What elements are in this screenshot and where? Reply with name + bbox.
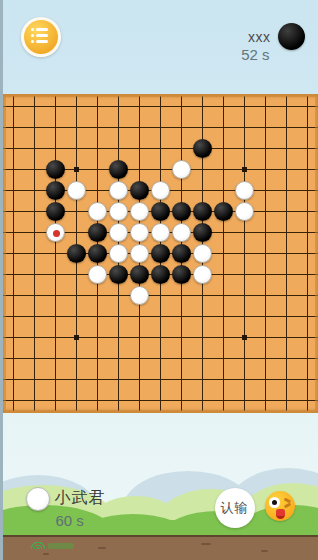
intersection-e5[interactable] bbox=[87, 180, 108, 201]
intersection-f12[interactable] bbox=[108, 327, 129, 348]
intersection-d1[interactable] bbox=[66, 96, 87, 117]
white-stone bbox=[193, 265, 212, 284]
intersection-g9[interactable] bbox=[129, 264, 150, 285]
intersection-b10[interactable] bbox=[24, 285, 45, 306]
player-white-stone-avatar bbox=[26, 487, 50, 511]
intersection-c2[interactable] bbox=[45, 117, 66, 138]
intersection-n7[interactable] bbox=[276, 222, 297, 243]
intersection-l5[interactable] bbox=[234, 180, 255, 201]
intersection-f15[interactable] bbox=[108, 390, 129, 411]
intersection-m14[interactable] bbox=[255, 369, 276, 390]
intersection-h2[interactable] bbox=[150, 117, 171, 138]
resign-button[interactable]: 认输 bbox=[215, 488, 255, 528]
list-icon bbox=[31, 28, 48, 46]
white-stone bbox=[151, 181, 170, 200]
intersection-h4[interactable] bbox=[150, 159, 171, 180]
intersection-d10[interactable] bbox=[66, 285, 87, 306]
intersection-j9[interactable] bbox=[192, 264, 213, 285]
intersection-b3[interactable] bbox=[24, 138, 45, 159]
intersection-l4[interactable] bbox=[234, 159, 255, 180]
intersection-c6[interactable] bbox=[45, 201, 66, 222]
intersection-f7[interactable] bbox=[108, 222, 129, 243]
intersection-o12[interactable] bbox=[297, 327, 318, 348]
black-stone bbox=[214, 202, 233, 221]
intersection-f6[interactable] bbox=[108, 201, 129, 222]
intersection-k5[interactable] bbox=[213, 180, 234, 201]
intersection-i4[interactable] bbox=[171, 159, 192, 180]
intersection-d9[interactable] bbox=[66, 264, 87, 285]
white-stone bbox=[130, 286, 149, 305]
intersection-a5[interactable] bbox=[3, 180, 24, 201]
black-stone bbox=[88, 223, 107, 242]
white-stone bbox=[109, 223, 128, 242]
intersection-d3[interactable] bbox=[66, 138, 87, 159]
intersection-b13[interactable] bbox=[24, 348, 45, 369]
intersection-e14[interactable] bbox=[87, 369, 108, 390]
intersection-i12[interactable] bbox=[171, 327, 192, 348]
intersection-e3[interactable] bbox=[87, 138, 108, 159]
intersection-f11[interactable] bbox=[108, 306, 129, 327]
intersection-f1[interactable] bbox=[108, 96, 129, 117]
intersection-h1[interactable] bbox=[150, 96, 171, 117]
intersection-j10[interactable] bbox=[192, 285, 213, 306]
black-stone bbox=[172, 202, 191, 221]
intersection-c7[interactable] bbox=[45, 222, 66, 243]
opponent-timer: 52 s bbox=[241, 46, 269, 63]
intersection-m1[interactable] bbox=[255, 96, 276, 117]
resign-button-label: 认输 bbox=[221, 499, 249, 517]
intersection-o4[interactable] bbox=[297, 159, 318, 180]
intersection-k14[interactable] bbox=[213, 369, 234, 390]
intersection-m5[interactable] bbox=[255, 180, 276, 201]
intersection-e1[interactable] bbox=[87, 96, 108, 117]
black-stone bbox=[46, 160, 65, 179]
intersection-l9[interactable] bbox=[234, 264, 255, 285]
white-stone bbox=[151, 223, 170, 242]
intersection-l6[interactable] bbox=[234, 201, 255, 222]
black-stone bbox=[46, 181, 65, 200]
intersection-a9[interactable] bbox=[3, 264, 24, 285]
white-stone bbox=[172, 223, 191, 242]
intersection-i13[interactable] bbox=[171, 348, 192, 369]
intersection-k7[interactable] bbox=[213, 222, 234, 243]
intersection-k8[interactable] bbox=[213, 243, 234, 264]
intersection-k12[interactable] bbox=[213, 327, 234, 348]
intersection-k9[interactable] bbox=[213, 264, 234, 285]
intersection-g2[interactable] bbox=[129, 117, 150, 138]
network-watermark bbox=[48, 543, 74, 549]
intersection-o1[interactable] bbox=[297, 96, 318, 117]
intersection-n6[interactable] bbox=[276, 201, 297, 222]
intersection-i3[interactable] bbox=[171, 138, 192, 159]
intersection-l14[interactable] bbox=[234, 369, 255, 390]
intersection-n12[interactable] bbox=[276, 327, 297, 348]
black-stone bbox=[109, 160, 128, 179]
black-stone bbox=[151, 202, 170, 221]
intersection-b1[interactable] bbox=[24, 96, 45, 117]
intersection-c15[interactable] bbox=[45, 390, 66, 411]
intersection-o7[interactable] bbox=[297, 222, 318, 243]
intersection-m12[interactable] bbox=[255, 327, 276, 348]
intersection-g14[interactable] bbox=[129, 369, 150, 390]
black-stone bbox=[193, 223, 212, 242]
intersection-h15[interactable] bbox=[150, 390, 171, 411]
intersection-n4[interactable] bbox=[276, 159, 297, 180]
intersection-o10[interactable] bbox=[297, 285, 318, 306]
board-grid bbox=[3, 96, 318, 411]
intersection-b11[interactable] bbox=[24, 306, 45, 327]
emoji-button[interactable] bbox=[265, 491, 295, 521]
intersection-j12[interactable] bbox=[192, 327, 213, 348]
white-stone bbox=[172, 160, 191, 179]
intersection-o3[interactable] bbox=[297, 138, 318, 159]
intersection-o2[interactable] bbox=[297, 117, 318, 138]
black-stone bbox=[151, 265, 170, 284]
intersection-d2[interactable] bbox=[66, 117, 87, 138]
intersection-f4[interactable] bbox=[108, 159, 129, 180]
intersection-i10[interactable] bbox=[171, 285, 192, 306]
intersection-h12[interactable] bbox=[150, 327, 171, 348]
intersection-n13[interactable] bbox=[276, 348, 297, 369]
intersection-d12[interactable] bbox=[66, 327, 87, 348]
intersection-n9[interactable] bbox=[276, 264, 297, 285]
intersection-g12[interactable] bbox=[129, 327, 150, 348]
intersection-n10[interactable] bbox=[276, 285, 297, 306]
intersection-f13[interactable] bbox=[108, 348, 129, 369]
intersection-e9[interactable] bbox=[87, 264, 108, 285]
intersection-l1[interactable] bbox=[234, 96, 255, 117]
intersection-c10[interactable] bbox=[45, 285, 66, 306]
intersection-f14[interactable] bbox=[108, 369, 129, 390]
intersection-i2[interactable] bbox=[171, 117, 192, 138]
intersection-c4[interactable] bbox=[45, 159, 66, 180]
intersection-g10[interactable] bbox=[129, 285, 150, 306]
intersection-h9[interactable] bbox=[150, 264, 171, 285]
white-stone bbox=[109, 181, 128, 200]
intersection-h5[interactable] bbox=[150, 180, 171, 201]
intersection-f5[interactable] bbox=[108, 180, 129, 201]
intersection-d6[interactable] bbox=[66, 201, 87, 222]
intersection-k10[interactable] bbox=[213, 285, 234, 306]
intersection-i1[interactable] bbox=[171, 96, 192, 117]
intersection-l13[interactable] bbox=[234, 348, 255, 369]
intersection-d5[interactable] bbox=[66, 180, 87, 201]
intersection-l7[interactable] bbox=[234, 222, 255, 243]
intersection-m9[interactable] bbox=[255, 264, 276, 285]
intersection-o11[interactable] bbox=[297, 306, 318, 327]
intersection-m8[interactable] bbox=[255, 243, 276, 264]
black-stone bbox=[88, 244, 107, 263]
intersection-h11[interactable] bbox=[150, 306, 171, 327]
intersection-g13[interactable] bbox=[129, 348, 150, 369]
intersection-g5[interactable] bbox=[129, 180, 150, 201]
white-stone bbox=[67, 181, 86, 200]
intersection-e11[interactable] bbox=[87, 306, 108, 327]
wifi-icon bbox=[30, 538, 46, 549]
intersection-j7[interactable] bbox=[192, 222, 213, 243]
intersection-c11[interactable] bbox=[45, 306, 66, 327]
intersection-e13[interactable] bbox=[87, 348, 108, 369]
intersection-m6[interactable] bbox=[255, 201, 276, 222]
intersection-l2[interactable] bbox=[234, 117, 255, 138]
intersection-c1[interactable] bbox=[45, 96, 66, 117]
intersection-g7[interactable] bbox=[129, 222, 150, 243]
intersection-f2[interactable] bbox=[108, 117, 129, 138]
intersection-k4[interactable] bbox=[213, 159, 234, 180]
opponent-name: xxx bbox=[248, 29, 271, 45]
black-stone bbox=[193, 139, 212, 158]
intersection-j15[interactable] bbox=[192, 390, 213, 411]
intersection-c12[interactable] bbox=[45, 327, 66, 348]
intersection-k1[interactable] bbox=[213, 96, 234, 117]
intersection-b15[interactable] bbox=[24, 390, 45, 411]
intersection-m4[interactable] bbox=[255, 159, 276, 180]
intersection-d14[interactable] bbox=[66, 369, 87, 390]
intersection-n3[interactable] bbox=[276, 138, 297, 159]
intersection-c3[interactable] bbox=[45, 138, 66, 159]
intersection-m3[interactable] bbox=[255, 138, 276, 159]
intersection-b4[interactable] bbox=[24, 159, 45, 180]
intersection-c13[interactable] bbox=[45, 348, 66, 369]
intersection-b8[interactable] bbox=[24, 243, 45, 264]
intersection-b5[interactable] bbox=[24, 180, 45, 201]
intersection-b9[interactable] bbox=[24, 264, 45, 285]
intersection-k15[interactable] bbox=[213, 390, 234, 411]
intersection-d4[interactable] bbox=[66, 159, 87, 180]
intersection-f10[interactable] bbox=[108, 285, 129, 306]
white-stone bbox=[235, 202, 254, 221]
intersection-o8[interactable] bbox=[297, 243, 318, 264]
intersection-l15[interactable] bbox=[234, 390, 255, 411]
white-stone bbox=[193, 244, 212, 263]
intersection-m7[interactable] bbox=[255, 222, 276, 243]
intersection-n2[interactable] bbox=[276, 117, 297, 138]
intersection-i8[interactable] bbox=[171, 243, 192, 264]
intersection-c9[interactable] bbox=[45, 264, 66, 285]
intersection-l10[interactable] bbox=[234, 285, 255, 306]
intersection-j1[interactable] bbox=[192, 96, 213, 117]
white-stone bbox=[46, 223, 65, 242]
intersection-l12[interactable] bbox=[234, 327, 255, 348]
intersection-m15[interactable] bbox=[255, 390, 276, 411]
black-stone bbox=[172, 244, 191, 263]
black-stone bbox=[151, 244, 170, 263]
intersection-i9[interactable] bbox=[171, 264, 192, 285]
intersection-j11[interactable] bbox=[192, 306, 213, 327]
intersection-i14[interactable] bbox=[171, 369, 192, 390]
intersection-i11[interactable] bbox=[171, 306, 192, 327]
intersection-h10[interactable] bbox=[150, 285, 171, 306]
intersection-g6[interactable] bbox=[129, 201, 150, 222]
intersection-h3[interactable] bbox=[150, 138, 171, 159]
landscape-scenery bbox=[3, 413, 318, 560]
intersection-f9[interactable] bbox=[108, 264, 129, 285]
star-point bbox=[74, 335, 79, 340]
intersection-a10[interactable] bbox=[3, 285, 24, 306]
intersection-a12[interactable] bbox=[3, 327, 24, 348]
intersection-n5[interactable] bbox=[276, 180, 297, 201]
intersection-n14[interactable] bbox=[276, 369, 297, 390]
white-stone bbox=[109, 244, 128, 263]
intersection-o5[interactable] bbox=[297, 180, 318, 201]
intersection-m13[interactable] bbox=[255, 348, 276, 369]
intersection-k13[interactable] bbox=[213, 348, 234, 369]
intersection-d8[interactable] bbox=[66, 243, 87, 264]
intersection-g8[interactable] bbox=[129, 243, 150, 264]
intersection-f8[interactable] bbox=[108, 243, 129, 264]
white-stone bbox=[130, 202, 149, 221]
intersection-h14[interactable] bbox=[150, 369, 171, 390]
intersection-l11[interactable] bbox=[234, 306, 255, 327]
intersection-b6[interactable] bbox=[24, 201, 45, 222]
intersection-e10[interactable] bbox=[87, 285, 108, 306]
intersection-e7[interactable] bbox=[87, 222, 108, 243]
intersection-a4[interactable] bbox=[3, 159, 24, 180]
menu-button[interactable] bbox=[21, 17, 61, 57]
black-stone bbox=[109, 265, 128, 284]
intersection-j4[interactable] bbox=[192, 159, 213, 180]
intersection-o6[interactable] bbox=[297, 201, 318, 222]
intersection-d11[interactable] bbox=[66, 306, 87, 327]
white-stone bbox=[130, 223, 149, 242]
gomoku-board bbox=[3, 94, 318, 413]
last-move-marker bbox=[53, 230, 60, 237]
intersection-o15[interactable] bbox=[297, 390, 318, 411]
intersection-e8[interactable] bbox=[87, 243, 108, 264]
star-point bbox=[74, 167, 79, 172]
intersection-d7[interactable] bbox=[66, 222, 87, 243]
white-stone bbox=[88, 265, 107, 284]
white-stone bbox=[109, 202, 128, 221]
intersection-a1[interactable] bbox=[3, 96, 24, 117]
intersection-m10[interactable] bbox=[255, 285, 276, 306]
intersection-l8[interactable] bbox=[234, 243, 255, 264]
intersection-j5[interactable] bbox=[192, 180, 213, 201]
intersection-i7[interactable] bbox=[171, 222, 192, 243]
intersection-i5[interactable] bbox=[171, 180, 192, 201]
intersection-n15[interactable] bbox=[276, 390, 297, 411]
intersection-h6[interactable] bbox=[150, 201, 171, 222]
intersection-j3[interactable] bbox=[192, 138, 213, 159]
intersection-m11[interactable] bbox=[255, 306, 276, 327]
intersection-n1[interactable] bbox=[276, 96, 297, 117]
intersection-a2[interactable] bbox=[3, 117, 24, 138]
emoji-eye-icon bbox=[269, 497, 280, 508]
white-stone bbox=[235, 181, 254, 200]
intersection-j2[interactable] bbox=[192, 117, 213, 138]
intersection-e4[interactable] bbox=[87, 159, 108, 180]
star-point bbox=[242, 335, 247, 340]
emoji-tongue-icon bbox=[276, 509, 285, 519]
intersection-l3[interactable] bbox=[234, 138, 255, 159]
black-stone bbox=[67, 244, 86, 263]
intersection-i15[interactable] bbox=[171, 390, 192, 411]
intersection-a14[interactable] bbox=[3, 369, 24, 390]
intersection-a8[interactable] bbox=[3, 243, 24, 264]
intersection-k3[interactable] bbox=[213, 138, 234, 159]
intersection-d15[interactable] bbox=[66, 390, 87, 411]
intersection-g3[interactable] bbox=[129, 138, 150, 159]
player-timer: 60 s bbox=[56, 512, 84, 529]
intersection-j6[interactable] bbox=[192, 201, 213, 222]
intersection-h7[interactable] bbox=[150, 222, 171, 243]
intersection-g15[interactable] bbox=[129, 390, 150, 411]
intersection-o9[interactable] bbox=[297, 264, 318, 285]
intersection-b14[interactable] bbox=[24, 369, 45, 390]
intersection-j13[interactable] bbox=[192, 348, 213, 369]
intersection-g11[interactable] bbox=[129, 306, 150, 327]
intersection-d13[interactable] bbox=[66, 348, 87, 369]
intersection-n8[interactable] bbox=[276, 243, 297, 264]
intersection-c8[interactable] bbox=[45, 243, 66, 264]
black-stone bbox=[193, 202, 212, 221]
intersection-j8[interactable] bbox=[192, 243, 213, 264]
black-stone bbox=[130, 181, 149, 200]
intersection-k11[interactable] bbox=[213, 306, 234, 327]
black-stone bbox=[172, 265, 191, 284]
intersection-f3[interactable] bbox=[108, 138, 129, 159]
intersection-h8[interactable] bbox=[150, 243, 171, 264]
intersection-h13[interactable] bbox=[150, 348, 171, 369]
intersection-n11[interactable] bbox=[276, 306, 297, 327]
game-screen: xxx 52 s 小武君 60 s 认输 bbox=[3, 0, 318, 560]
opponent-black-stone-avatar bbox=[278, 23, 305, 50]
intersection-e12[interactable] bbox=[87, 327, 108, 348]
intersection-o13[interactable] bbox=[297, 348, 318, 369]
intersection-c5[interactable] bbox=[45, 180, 66, 201]
intersection-k2[interactable] bbox=[213, 117, 234, 138]
intersection-a3[interactable] bbox=[3, 138, 24, 159]
intersection-b2[interactable] bbox=[24, 117, 45, 138]
white-stone bbox=[130, 244, 149, 263]
intersection-m2[interactable] bbox=[255, 117, 276, 138]
black-stone bbox=[46, 202, 65, 221]
black-stone bbox=[130, 265, 149, 284]
intersection-a15[interactable] bbox=[3, 390, 24, 411]
intersection-o14[interactable] bbox=[297, 369, 318, 390]
intersection-i6[interactable] bbox=[171, 201, 192, 222]
intersection-a11[interactable] bbox=[3, 306, 24, 327]
intersection-j14[interactable] bbox=[192, 369, 213, 390]
star-point bbox=[242, 167, 247, 172]
intersection-a13[interactable] bbox=[3, 348, 24, 369]
player-name: 小武君 bbox=[55, 488, 106, 509]
intersection-e15[interactable] bbox=[87, 390, 108, 411]
intersection-c14[interactable] bbox=[45, 369, 66, 390]
white-stone bbox=[88, 202, 107, 221]
intersection-a7[interactable] bbox=[3, 222, 24, 243]
intersection-k6[interactable] bbox=[213, 201, 234, 222]
intersection-g1[interactable] bbox=[129, 96, 150, 117]
intersection-a6[interactable] bbox=[3, 201, 24, 222]
intersection-b7[interactable] bbox=[24, 222, 45, 243]
intersection-e6[interactable] bbox=[87, 201, 108, 222]
intersection-g4[interactable] bbox=[129, 159, 150, 180]
intersection-b12[interactable] bbox=[24, 327, 45, 348]
intersection-e2[interactable] bbox=[87, 117, 108, 138]
